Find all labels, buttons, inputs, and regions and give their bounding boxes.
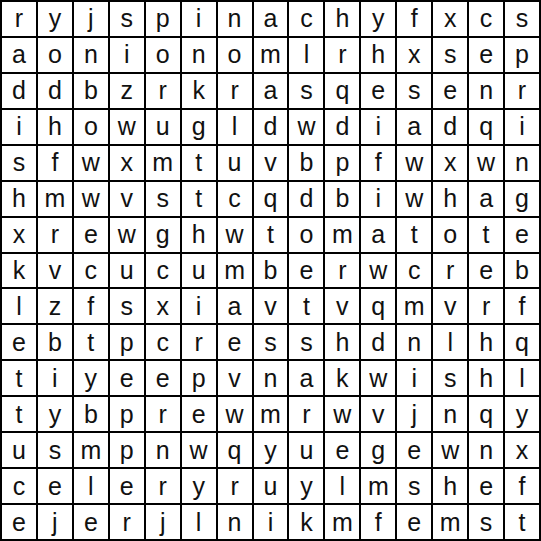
grid-cell-r7c14[interactable]: t xyxy=(469,218,503,252)
grid-cell-r12c3[interactable]: b xyxy=(74,397,108,431)
grid-cell-r15c15[interactable]: t xyxy=(505,505,539,539)
grid-cell-r10c4[interactable]: p xyxy=(110,325,144,359)
grid-cell-r14c4[interactable]: e xyxy=(110,469,144,503)
grid-cell-r15c2[interactable]: j xyxy=(38,505,72,539)
grid-cell-r1c8[interactable]: a xyxy=(254,2,288,36)
grid-cell-r2c1[interactable]: a xyxy=(2,38,36,72)
grid-cell-r13c2[interactable]: s xyxy=(38,433,72,467)
grid-cell-r14c12[interactable]: s xyxy=(397,469,431,503)
grid-cell-r1c2[interactable]: y xyxy=(38,2,72,36)
grid-cell-r15c13[interactable]: m xyxy=(433,505,467,539)
grid-cell-r13c6[interactable]: w xyxy=(182,433,216,467)
grid-cell-r4c13[interactable]: d xyxy=(433,110,467,144)
grid-cell-r14c8[interactable]: u xyxy=(254,469,288,503)
grid-cell-r5c8[interactable]: v xyxy=(254,146,288,180)
grid-cell-r14c6[interactable]: y xyxy=(182,469,216,503)
grid-cell-r1c1[interactable]: r xyxy=(2,2,36,36)
grid-cell-r4c10[interactable]: d xyxy=(325,110,359,144)
grid-cell-r2c3[interactable]: n xyxy=(74,38,108,72)
grid-cell-r7c8[interactable]: t xyxy=(254,218,288,252)
grid-cell-r6c5[interactable]: s xyxy=(146,182,180,216)
grid-cell-r13c5[interactable]: n xyxy=(146,433,180,467)
grid-cell-r2c14[interactable]: e xyxy=(469,38,503,72)
grid-cell-r11c11[interactable]: w xyxy=(361,361,395,395)
grid-cell-r7c10[interactable]: m xyxy=(325,218,359,252)
grid-cell-r8c11[interactable]: w xyxy=(361,254,395,288)
grid-cell-r13c12[interactable]: e xyxy=(397,433,431,467)
grid-cell-r8c6[interactable]: u xyxy=(182,254,216,288)
grid-cell-r8c8[interactable]: b xyxy=(254,254,288,288)
grid-cell-r12c13[interactable]: n xyxy=(433,397,467,431)
grid-cell-r15c3[interactable]: e xyxy=(74,505,108,539)
grid-cell-r4c14[interactable]: q xyxy=(469,110,503,144)
grid-cell-r14c7[interactable]: r xyxy=(218,469,252,503)
grid-cell-r3c6[interactable]: k xyxy=(182,74,216,108)
grid-cell-r2c9[interactable]: l xyxy=(289,38,323,72)
grid-cell-r15c6[interactable]: l xyxy=(182,505,216,539)
grid-cell-r9c9[interactable]: t xyxy=(289,289,323,323)
grid-cell-r1c3[interactable]: j xyxy=(74,2,108,36)
grid-cell-r4c6[interactable]: g xyxy=(182,110,216,144)
grid-cell-r9c14[interactable]: r xyxy=(469,289,503,323)
grid-cell-r7c9[interactable]: o xyxy=(289,218,323,252)
grid-cell-r7c4[interactable]: w xyxy=(110,218,144,252)
grid-cell-r11c5[interactable]: e xyxy=(146,361,180,395)
grid-cell-r7c5[interactable]: g xyxy=(146,218,180,252)
grid-cell-r12c8[interactable]: m xyxy=(254,397,288,431)
grid-cell-r3c12[interactable]: s xyxy=(397,74,431,108)
grid-cell-r11c3[interactable]: y xyxy=(74,361,108,395)
grid-cell-r11c8[interactable]: n xyxy=(254,361,288,395)
grid-cell-r13c14[interactable]: n xyxy=(469,433,503,467)
grid-cell-r1c11[interactable]: y xyxy=(361,2,395,36)
grid-cell-r11c9[interactable]: a xyxy=(289,361,323,395)
grid-cell-r13c1[interactable]: u xyxy=(2,433,36,467)
grid-cell-r7c11[interactable]: a xyxy=(361,218,395,252)
grid-cell-r9c11[interactable]: q xyxy=(361,289,395,323)
grid-cell-r7c12[interactable]: t xyxy=(397,218,431,252)
grid-cell-r8c2[interactable]: v xyxy=(38,254,72,288)
grid-cell-r14c14[interactable]: e xyxy=(469,469,503,503)
grid-cell-r12c9[interactable]: r xyxy=(289,397,323,431)
grid-cell-r13c3[interactable]: m xyxy=(74,433,108,467)
grid-cell-r5c4[interactable]: x xyxy=(110,146,144,180)
grid-cell-r10c2[interactable]: b xyxy=(38,325,72,359)
grid-cell-r10c8[interactable]: s xyxy=(254,325,288,359)
grid-cell-r5c9[interactable]: b xyxy=(289,146,323,180)
grid-cell-r4c5[interactable]: u xyxy=(146,110,180,144)
grid-cell-r1c12[interactable]: f xyxy=(397,2,431,36)
grid-cell-r3c1[interactable]: d xyxy=(2,74,36,108)
grid-cell-r3c14[interactable]: n xyxy=(469,74,503,108)
grid-cell-r12c1[interactable]: t xyxy=(2,397,36,431)
grid-cell-r2c10[interactable]: r xyxy=(325,38,359,72)
grid-cell-r4c12[interactable]: a xyxy=(397,110,431,144)
grid-cell-r10c13[interactable]: l xyxy=(433,325,467,359)
grid-cell-r5c6[interactable]: t xyxy=(182,146,216,180)
grid-cell-r4c15[interactable]: i xyxy=(505,110,539,144)
grid-cell-r14c11[interactable]: m xyxy=(361,469,395,503)
grid-cell-r11c4[interactable]: e xyxy=(110,361,144,395)
grid-cell-r11c7[interactable]: v xyxy=(218,361,252,395)
grid-cell-r3c4[interactable]: z xyxy=(110,74,144,108)
grid-cell-r12c10[interactable]: w xyxy=(325,397,359,431)
grid-cell-r13c9[interactable]: u xyxy=(289,433,323,467)
grid-cell-r6c4[interactable]: v xyxy=(110,182,144,216)
grid-cell-r15c14[interactable]: s xyxy=(469,505,503,539)
grid-cell-r2c13[interactable]: s xyxy=(433,38,467,72)
grid-cell-r6c2[interactable]: m xyxy=(38,182,72,216)
grid-cell-r4c4[interactable]: w xyxy=(110,110,144,144)
grid-cell-r4c1[interactable]: i xyxy=(2,110,36,144)
grid-cell-r8c1[interactable]: k xyxy=(2,254,36,288)
grid-cell-r9c5[interactable]: x xyxy=(146,289,180,323)
grid-cell-r4c7[interactable]: l xyxy=(218,110,252,144)
grid-cell-r12c7[interactable]: w xyxy=(218,397,252,431)
grid-cell-r1c10[interactable]: h xyxy=(325,2,359,36)
grid-cell-r3c10[interactable]: q xyxy=(325,74,359,108)
grid-cell-r3c3[interactable]: b xyxy=(74,74,108,108)
grid-cell-r12c15[interactable]: y xyxy=(505,397,539,431)
grid-cell-r1c7[interactable]: n xyxy=(218,2,252,36)
grid-cell-r3c7[interactable]: r xyxy=(218,74,252,108)
grid-cell-r14c13[interactable]: h xyxy=(433,469,467,503)
grid-cell-r3c15[interactable]: r xyxy=(505,74,539,108)
grid-cell-r7c7[interactable]: w xyxy=(218,218,252,252)
grid-cell-r8c10[interactable]: r xyxy=(325,254,359,288)
grid-cell-r9c12[interactable]: m xyxy=(397,289,431,323)
grid-cell-r14c5[interactable]: r xyxy=(146,469,180,503)
grid-cell-r3c11[interactable]: e xyxy=(361,74,395,108)
grid-cell-r7c13[interactable]: o xyxy=(433,218,467,252)
grid-cell-r5c10[interactable]: p xyxy=(325,146,359,180)
grid-cell-r4c11[interactable]: i xyxy=(361,110,395,144)
grid-cell-r11c13[interactable]: s xyxy=(433,361,467,395)
grid-cell-r7c15[interactable]: e xyxy=(505,218,539,252)
grid-cell-r10c12[interactable]: n xyxy=(397,325,431,359)
grid-cell-r5c15[interactable]: n xyxy=(505,146,539,180)
grid-cell-r7c6[interactable]: h xyxy=(182,218,216,252)
grid-cell-r6c1[interactable]: h xyxy=(2,182,36,216)
grid-cell-r15c12[interactable]: e xyxy=(397,505,431,539)
grid-cell-r5c11[interactable]: f xyxy=(361,146,395,180)
grid-cell-r14c9[interactable]: y xyxy=(289,469,323,503)
grid-cell-r3c5[interactable]: r xyxy=(146,74,180,108)
grid-cell-r9c6[interactable]: i xyxy=(182,289,216,323)
grid-cell-r12c5[interactable]: r xyxy=(146,397,180,431)
grid-cell-r9c10[interactable]: v xyxy=(325,289,359,323)
grid-cell-r8c12[interactable]: c xyxy=(397,254,431,288)
grid-cell-r3c8[interactable]: a xyxy=(254,74,288,108)
grid-cell-r15c1[interactable]: e xyxy=(2,505,36,539)
grid-cell-r6c11[interactable]: i xyxy=(361,182,395,216)
grid-cell-r14c1[interactable]: c xyxy=(2,469,36,503)
grid-cell-r12c12[interactable]: j xyxy=(397,397,431,431)
grid-cell-r11c1[interactable]: t xyxy=(2,361,36,395)
grid-cell-r13c8[interactable]: y xyxy=(254,433,288,467)
grid-cell-r6c14[interactable]: a xyxy=(469,182,503,216)
grid-cell-r1c15[interactable]: s xyxy=(505,2,539,36)
grid-cell-r8c4[interactable]: u xyxy=(110,254,144,288)
grid-cell-r10c11[interactable]: d xyxy=(361,325,395,359)
grid-cell-r1c14[interactable]: c xyxy=(469,2,503,36)
grid-cell-r3c9[interactable]: s xyxy=(289,74,323,108)
grid-cell-r1c5[interactable]: p xyxy=(146,2,180,36)
grid-cell-r13c11[interactable]: g xyxy=(361,433,395,467)
grid-cell-r4c3[interactable]: o xyxy=(74,110,108,144)
grid-cell-r15c4[interactable]: r xyxy=(110,505,144,539)
grid-cell-r9c7[interactable]: a xyxy=(218,289,252,323)
grid-cell-r14c10[interactable]: l xyxy=(325,469,359,503)
grid-cell-r13c10[interactable]: e xyxy=(325,433,359,467)
grid-cell-r10c14[interactable]: h xyxy=(469,325,503,359)
grid-cell-r2c12[interactable]: x xyxy=(397,38,431,72)
grid-cell-r7c3[interactable]: e xyxy=(74,218,108,252)
grid-cell-r11c2[interactable]: i xyxy=(38,361,72,395)
grid-cell-r9c3[interactable]: f xyxy=(74,289,108,323)
grid-cell-r2c5[interactable]: o xyxy=(146,38,180,72)
grid-cell-r3c2[interactable]: d xyxy=(38,74,72,108)
grid-cell-r6c13[interactable]: h xyxy=(433,182,467,216)
grid-cell-r13c15[interactable]: x xyxy=(505,433,539,467)
grid-cell-r6c8[interactable]: q xyxy=(254,182,288,216)
grid-cell-r7c2[interactable]: r xyxy=(38,218,72,252)
grid-cell-r3c13[interactable]: e xyxy=(433,74,467,108)
grid-cell-r1c6[interactable]: i xyxy=(182,2,216,36)
grid-cell-r10c10[interactable]: h xyxy=(325,325,359,359)
grid-cell-r14c15[interactable]: f xyxy=(505,469,539,503)
grid-cell-r9c1[interactable]: l xyxy=(2,289,36,323)
grid-cell-r9c15[interactable]: f xyxy=(505,289,539,323)
grid-cell-r5c13[interactable]: x xyxy=(433,146,467,180)
grid-cell-r11c15[interactable]: l xyxy=(505,361,539,395)
grid-cell-r6c15[interactable]: g xyxy=(505,182,539,216)
grid-cell-r13c4[interactable]: p xyxy=(110,433,144,467)
grid-cell-r5c2[interactable]: f xyxy=(38,146,72,180)
grid-cell-r1c9[interactable]: c xyxy=(289,2,323,36)
grid-cell-r9c13[interactable]: v xyxy=(433,289,467,323)
grid-cell-r8c3[interactable]: c xyxy=(74,254,108,288)
grid-cell-r6c7[interactable]: c xyxy=(218,182,252,216)
grid-cell-r6c12[interactable]: w xyxy=(397,182,431,216)
grid-cell-r4c9[interactable]: w xyxy=(289,110,323,144)
grid-cell-r6c10[interactable]: b xyxy=(325,182,359,216)
grid-cell-r6c9[interactable]: d xyxy=(289,182,323,216)
grid-cell-r2c6[interactable]: n xyxy=(182,38,216,72)
grid-cell-r14c3[interactable]: l xyxy=(74,469,108,503)
grid-cell-r15c5[interactable]: j xyxy=(146,505,180,539)
grid-cell-r8c13[interactable]: r xyxy=(433,254,467,288)
grid-cell-r12c6[interactable]: e xyxy=(182,397,216,431)
grid-cell-r5c3[interactable]: w xyxy=(74,146,108,180)
grid-cell-r14c2[interactable]: e xyxy=(38,469,72,503)
grid-cell-r13c13[interactable]: w xyxy=(433,433,467,467)
grid-cell-r9c2[interactable]: z xyxy=(38,289,72,323)
grid-cell-r9c8[interactable]: v xyxy=(254,289,288,323)
grid-cell-r15c10[interactable]: m xyxy=(325,505,359,539)
grid-cell-r8c5[interactable]: c xyxy=(146,254,180,288)
grid-cell-r11c12[interactable]: i xyxy=(397,361,431,395)
grid-cell-r2c2[interactable]: o xyxy=(38,38,72,72)
grid-cell-r6c3[interactable]: w xyxy=(74,182,108,216)
grid-cell-r11c14[interactable]: h xyxy=(469,361,503,395)
grid-cell-r10c15[interactable]: q xyxy=(505,325,539,359)
grid-cell-r12c14[interactable]: q xyxy=(469,397,503,431)
word-search-puzzle: ryjspinachyfxcsaonionomlrhxsepddbzrkrasq… xyxy=(0,0,541,541)
grid-cell-r10c3[interactable]: t xyxy=(74,325,108,359)
grid-cell-r2c7[interactable]: o xyxy=(218,38,252,72)
grid-cell-r1c4[interactable]: s xyxy=(110,2,144,36)
grid-cell-r2c8[interactable]: m xyxy=(254,38,288,72)
grid-cell-r5c1[interactable]: s xyxy=(2,146,36,180)
grid-cell-r15c9[interactable]: k xyxy=(289,505,323,539)
word-search-grid: ryjspinachyfxcsaonionomlrhxsepddbzrkrasq… xyxy=(0,0,541,541)
grid-cell-r12c4[interactable]: p xyxy=(110,397,144,431)
grid-cell-r5c5[interactable]: m xyxy=(146,146,180,180)
grid-cell-r12c2[interactable]: y xyxy=(38,397,72,431)
grid-cell-r4c8[interactable]: d xyxy=(254,110,288,144)
grid-cell-r10c5[interactable]: c xyxy=(146,325,180,359)
grid-cell-r9c4[interactable]: s xyxy=(110,289,144,323)
grid-cell-r11c6[interactable]: p xyxy=(182,361,216,395)
grid-cell-r2c15[interactable]: p xyxy=(505,38,539,72)
grid-cell-r13c7[interactable]: q xyxy=(218,433,252,467)
grid-cell-r5c7[interactable]: u xyxy=(218,146,252,180)
grid-cell-r15c8[interactable]: i xyxy=(254,505,288,539)
grid-cell-r15c7[interactable]: n xyxy=(218,505,252,539)
grid-cell-r2c11[interactable]: h xyxy=(361,38,395,72)
grid-cell-r8c9[interactable]: e xyxy=(289,254,323,288)
grid-cell-r7c1[interactable]: x xyxy=(2,218,36,252)
grid-cell-r15c11[interactable]: f xyxy=(361,505,395,539)
grid-cell-r10c9[interactable]: s xyxy=(289,325,323,359)
grid-cell-r8c7[interactable]: m xyxy=(218,254,252,288)
grid-cell-r4c2[interactable]: h xyxy=(38,110,72,144)
grid-cell-r10c1[interactable]: e xyxy=(2,325,36,359)
grid-cell-r12c11[interactable]: v xyxy=(361,397,395,431)
grid-cell-r1c13[interactable]: x xyxy=(433,2,467,36)
grid-cell-r10c7[interactable]: e xyxy=(218,325,252,359)
grid-cell-r2c4[interactable]: i xyxy=(110,38,144,72)
grid-cell-r8c14[interactable]: e xyxy=(469,254,503,288)
grid-cell-r10c6[interactable]: r xyxy=(182,325,216,359)
grid-cell-r8c15[interactable]: b xyxy=(505,254,539,288)
grid-cell-r6c6[interactable]: t xyxy=(182,182,216,216)
grid-cell-r11c10[interactable]: k xyxy=(325,361,359,395)
grid-cell-r5c12[interactable]: w xyxy=(397,146,431,180)
grid-cell-r5c14[interactable]: w xyxy=(469,146,503,180)
